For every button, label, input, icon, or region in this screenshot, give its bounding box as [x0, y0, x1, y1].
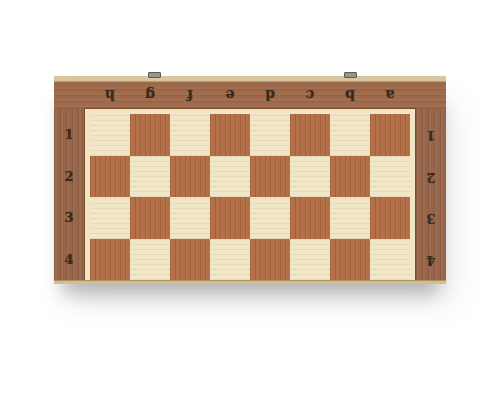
- rank-label-left-1: 1: [54, 114, 84, 156]
- square-c4[interactable]: [290, 239, 330, 281]
- square-c2[interactable]: [290, 156, 330, 198]
- square-e3[interactable]: [210, 197, 250, 239]
- square-g4[interactable]: [130, 239, 170, 281]
- square-a2[interactable]: [370, 156, 410, 198]
- file-label-f: f: [170, 82, 210, 108]
- square-h3[interactable]: [90, 197, 130, 239]
- file-label-d: d: [250, 82, 290, 108]
- square-f2[interactable]: [170, 156, 210, 198]
- square-e4[interactable]: [210, 239, 250, 281]
- rank-label-left-3: 3: [54, 197, 84, 239]
- square-c1[interactable]: [290, 114, 330, 156]
- board-bottom-fold-edge: [54, 280, 446, 284]
- square-c3[interactable]: [290, 197, 330, 239]
- file-label-b: b: [330, 82, 370, 108]
- square-d4[interactable]: [250, 239, 290, 281]
- square-f4[interactable]: [170, 239, 210, 281]
- square-d2[interactable]: [250, 156, 290, 198]
- square-f1[interactable]: [170, 114, 210, 156]
- file-label-h: h: [90, 82, 130, 108]
- square-g3[interactable]: [130, 197, 170, 239]
- rank-label-right-1: 1: [416, 114, 446, 156]
- square-d1[interactable]: [250, 114, 290, 156]
- rank-label-right-4: 4: [416, 239, 446, 281]
- square-b2[interactable]: [330, 156, 370, 198]
- square-h4[interactable]: [90, 239, 130, 281]
- hinge-icon: [344, 72, 357, 78]
- square-h1[interactable]: [90, 114, 130, 156]
- square-e1[interactable]: [210, 114, 250, 156]
- square-a4[interactable]: [370, 239, 410, 281]
- file-label-g: g: [130, 82, 170, 108]
- square-g2[interactable]: [130, 156, 170, 198]
- square-a3[interactable]: [370, 197, 410, 239]
- rank-label-left-4: 4: [54, 239, 84, 281]
- square-f3[interactable]: [170, 197, 210, 239]
- chessboard: hgfedcba 1234 1234: [54, 76, 446, 284]
- hinge-icon: [148, 72, 161, 78]
- board-frame-left: 1234: [54, 108, 84, 280]
- playing-field-border: [84, 108, 416, 280]
- file-label-e: e: [210, 82, 250, 108]
- square-h2[interactable]: [90, 156, 130, 198]
- photo-background: hgfedcba 1234 1234: [0, 0, 500, 400]
- square-d3[interactable]: [250, 197, 290, 239]
- board-frame-right: 1234: [416, 108, 446, 280]
- square-b1[interactable]: [330, 114, 370, 156]
- file-label-a: a: [370, 82, 410, 108]
- rank-label-right-3: 3: [416, 197, 446, 239]
- file-label-c: c: [290, 82, 330, 108]
- square-b4[interactable]: [330, 239, 370, 281]
- square-g1[interactable]: [130, 114, 170, 156]
- rank-label-right-2: 2: [416, 156, 446, 198]
- square-b3[interactable]: [330, 197, 370, 239]
- rank-label-left-2: 2: [54, 156, 84, 198]
- square-e2[interactable]: [210, 156, 250, 198]
- board-frame-top: hgfedcba: [54, 82, 446, 108]
- squares-grid: [90, 114, 410, 280]
- square-a1[interactable]: [370, 114, 410, 156]
